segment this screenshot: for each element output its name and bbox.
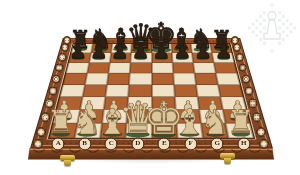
chess-set-photo: ABCDEFGH♜♞♝♛♚♝♞♜♟♟♟♟♟♟♟♟♟♟♟♟♟♟♟♟♜♞♝♛♚♝♞♜: [0, 0, 300, 175]
brass-clasp-left-icon: [60, 155, 75, 166]
brass-clasp-right-icon: [220, 153, 235, 164]
square-a6[interactable]: [65, 63, 88, 74]
piece-black-pawn-g7[interactable]: ♟: [194, 41, 212, 61]
pawn-glyph: ♟: [152, 41, 170, 61]
square-f6[interactable]: [172, 63, 194, 74]
piece-black-pawn-a7[interactable]: ♟: [69, 41, 87, 61]
pawn-glyph: ♟: [194, 41, 212, 61]
square-g6[interactable]: [192, 63, 215, 74]
square-b5[interactable]: [85, 73, 109, 84]
square-b6[interactable]: [87, 63, 110, 74]
square-e5[interactable]: [151, 73, 173, 84]
square-f5[interactable]: [172, 73, 195, 84]
square-d5[interactable]: [129, 73, 151, 84]
piece-black-pawn-d7[interactable]: ♟: [132, 41, 150, 61]
square-d6[interactable]: [130, 63, 151, 74]
pawn-glyph: ♟: [173, 41, 191, 61]
pawn-glyph: ♟: [69, 41, 87, 61]
pawn-glyph: ♟: [215, 41, 233, 61]
rook-glyph: ♜: [227, 106, 256, 138]
piece-black-pawn-h7[interactable]: ♟: [215, 41, 233, 61]
square-h5[interactable]: [215, 73, 239, 84]
piece-white-rook-h1[interactable]: ♜: [227, 106, 256, 138]
piece-black-pawn-e7[interactable]: ♟: [152, 41, 170, 61]
square-c6[interactable]: [108, 63, 130, 74]
piece-black-pawn-c7[interactable]: ♟: [111, 41, 129, 61]
pawn-glyph: ♟: [111, 41, 129, 61]
square-e6[interactable]: [151, 63, 172, 74]
square-g5[interactable]: [194, 73, 218, 84]
piece-black-pawn-b7[interactable]: ♟: [90, 41, 108, 61]
square-c5[interactable]: [107, 73, 130, 84]
square-a5[interactable]: [63, 73, 87, 84]
pawn-glyph: ♟: [132, 41, 150, 61]
pawn-glyph: ♟: [90, 41, 108, 61]
piece-black-pawn-f7[interactable]: ♟: [173, 41, 191, 61]
square-h6[interactable]: [213, 63, 236, 74]
